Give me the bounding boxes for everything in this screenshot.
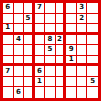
cell-r3c4[interactable] [35, 24, 46, 35]
cell-r3c5[interactable] [45, 24, 56, 35]
cell-r4c1[interactable] [3, 35, 14, 46]
cell-r9c3[interactable] [24, 87, 35, 98]
cell-r2c5[interactable] [45, 14, 56, 25]
cell-r8c2[interactable] [14, 77, 25, 88]
cell-r3c1[interactable]: 1 [3, 24, 14, 35]
cell-r4c2[interactable]: 4 [14, 35, 25, 46]
cell-r5c2[interactable] [14, 45, 25, 56]
cell-r8c4[interactable]: 1 [35, 77, 46, 88]
cell-r8c8[interactable] [77, 77, 88, 88]
cell-r6c9[interactable] [87, 56, 98, 67]
cell-r8c6[interactable] [56, 77, 67, 88]
sudoku-board: 67352148259176156 [0, 0, 101, 101]
cell-r6c6[interactable] [56, 56, 67, 67]
cell-r5c4[interactable] [35, 45, 46, 56]
cell-r4c4[interactable] [35, 35, 46, 46]
cell-r6c8[interactable] [77, 56, 88, 67]
cell-r1c2[interactable] [14, 3, 25, 14]
cell-r5c3[interactable] [24, 45, 35, 56]
cell-r3c9[interactable] [87, 24, 98, 35]
cell-r6c5[interactable] [45, 56, 56, 67]
cell-r4c6[interactable]: 2 [56, 35, 67, 46]
cell-r6c3[interactable] [24, 56, 35, 67]
cell-r3c2[interactable] [14, 24, 25, 35]
cell-r6c2[interactable] [14, 56, 25, 67]
cell-r3c6[interactable] [56, 24, 67, 35]
cell-r8c9[interactable]: 5 [87, 77, 98, 88]
cell-r3c7[interactable] [66, 24, 77, 35]
cell-r9c7[interactable] [66, 87, 77, 98]
cell-r7c8[interactable] [77, 66, 88, 77]
cell-r4c8[interactable] [77, 35, 88, 46]
cell-r2c9[interactable] [87, 14, 98, 25]
cell-r8c1[interactable] [3, 77, 14, 88]
cell-r6c4[interactable] [35, 56, 46, 67]
cell-r6c7[interactable]: 1 [66, 56, 77, 67]
cell-r1c4[interactable]: 7 [35, 3, 46, 14]
cell-r5c9[interactable] [87, 45, 98, 56]
cell-r1c3[interactable] [24, 3, 35, 14]
cell-r9c2[interactable]: 6 [14, 87, 25, 98]
cell-r9c8[interactable] [77, 87, 88, 98]
cell-r8c7[interactable] [66, 77, 77, 88]
cell-r5c1[interactable] [3, 45, 14, 56]
cell-r3c3[interactable] [24, 24, 35, 35]
cell-r5c8[interactable] [77, 45, 88, 56]
cell-r8c5[interactable] [45, 77, 56, 88]
cell-r9c5[interactable] [45, 87, 56, 98]
cell-r9c4[interactable] [35, 87, 46, 98]
cell-r8c3[interactable] [24, 77, 35, 88]
cell-r2c7[interactable] [66, 14, 77, 25]
cell-r5c5[interactable]: 5 [45, 45, 56, 56]
cell-r2c6[interactable] [56, 14, 67, 25]
cell-r7c9[interactable] [87, 66, 98, 77]
cell-r1c5[interactable] [45, 3, 56, 14]
cell-r1c6[interactable] [56, 3, 67, 14]
cell-r2c8[interactable]: 2 [77, 14, 88, 25]
cell-r6c1[interactable] [3, 56, 14, 67]
cell-r7c7[interactable] [66, 66, 77, 77]
cell-r2c2[interactable] [14, 14, 25, 25]
cell-r4c7[interactable] [66, 35, 77, 46]
cell-r9c6[interactable] [56, 87, 67, 98]
cell-r7c5[interactable] [45, 66, 56, 77]
cell-r1c7[interactable] [66, 3, 77, 14]
cell-r5c6[interactable] [56, 45, 67, 56]
cell-r2c3[interactable]: 5 [24, 14, 35, 25]
cell-r4c5[interactable]: 8 [45, 35, 56, 46]
cell-r2c4[interactable] [35, 14, 46, 25]
cell-r4c9[interactable] [87, 35, 98, 46]
cell-r7c1[interactable]: 7 [3, 66, 14, 77]
cell-r1c1[interactable]: 6 [3, 3, 14, 14]
cell-r7c6[interactable] [56, 66, 67, 77]
cell-r7c4[interactable]: 6 [35, 66, 46, 77]
cell-r7c3[interactable] [24, 66, 35, 77]
cell-r3c8[interactable] [77, 24, 88, 35]
cell-r7c2[interactable] [14, 66, 25, 77]
cell-r1c9[interactable] [87, 3, 98, 14]
cell-r9c9[interactable] [87, 87, 98, 98]
cell-r1c8[interactable]: 3 [77, 3, 88, 14]
cell-r9c1[interactable] [3, 87, 14, 98]
cell-r4c3[interactable] [24, 35, 35, 46]
